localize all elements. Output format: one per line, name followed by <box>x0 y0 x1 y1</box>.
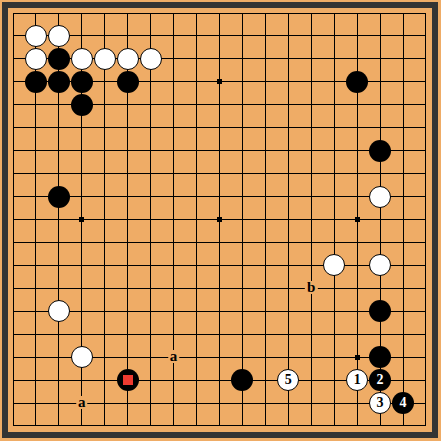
go-board-diagram: aab12345 <box>0 0 441 441</box>
white-stone <box>369 254 391 276</box>
grid-line-vertical <box>403 13 404 426</box>
black-stone <box>117 71 139 93</box>
grid-line-horizontal <box>13 288 426 289</box>
move-number-4: 4 <box>400 396 407 410</box>
grid-line-vertical <box>242 13 243 426</box>
grid-line-horizontal <box>13 425 426 426</box>
move-stone-5: 5 <box>277 369 299 391</box>
white-stone <box>369 186 391 208</box>
white-stone <box>25 25 47 47</box>
point-label-a: a <box>76 396 88 409</box>
star-point <box>79 217 84 222</box>
move-stone-4: 4 <box>392 392 414 414</box>
white-stone <box>48 300 70 322</box>
star-point <box>217 79 222 84</box>
black-stone <box>48 186 70 208</box>
grid-line-vertical <box>311 13 312 426</box>
white-stone <box>140 48 162 70</box>
grid-line-horizontal <box>13 403 426 404</box>
point-label-a: a <box>168 350 180 363</box>
grid-line-vertical <box>288 13 289 426</box>
black-stone <box>25 71 47 93</box>
star-point <box>355 217 360 222</box>
move-stone-3: 3 <box>369 392 391 414</box>
white-stone <box>117 48 139 70</box>
grid-line-vertical <box>425 13 426 426</box>
grid-line-horizontal <box>13 334 426 335</box>
black-stone <box>48 48 70 70</box>
black-stone <box>71 71 93 93</box>
move-stone-2: 2 <box>369 369 391 391</box>
black-stone <box>71 94 93 116</box>
white-stone <box>94 48 116 70</box>
square-mark <box>123 375 133 385</box>
star-point <box>217 217 222 222</box>
white-stone <box>25 48 47 70</box>
move-stone-1: 1 <box>346 369 368 391</box>
white-stone <box>323 254 345 276</box>
black-stone <box>369 300 391 322</box>
black-stone <box>231 369 253 391</box>
white-stone <box>48 25 70 47</box>
marked-black-stone <box>117 369 139 391</box>
white-stone <box>71 346 93 368</box>
star-point <box>355 355 360 360</box>
black-stone <box>369 140 391 162</box>
move-number-5: 5 <box>285 373 292 387</box>
grid-line-vertical <box>334 13 335 426</box>
grid-line-horizontal <box>13 311 426 312</box>
move-number-1: 1 <box>354 373 361 387</box>
move-number-2: 2 <box>377 373 384 387</box>
move-number-3: 3 <box>377 396 384 410</box>
black-stone <box>369 346 391 368</box>
white-stone <box>71 48 93 70</box>
grid-line-horizontal <box>13 265 426 266</box>
point-label-b: b <box>305 281 317 294</box>
black-stone <box>346 71 368 93</box>
grid-line-vertical <box>265 13 266 426</box>
black-stone <box>48 71 70 93</box>
grid-line-horizontal <box>13 242 426 243</box>
